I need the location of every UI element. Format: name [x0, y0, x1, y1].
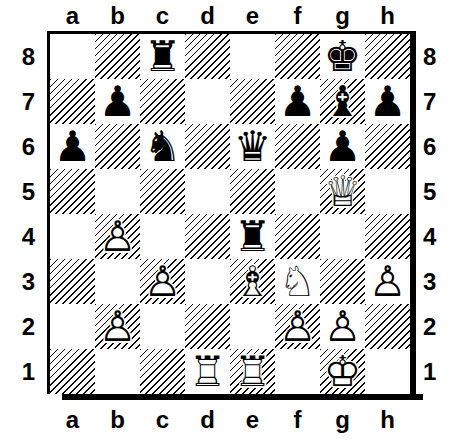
piece-black-knight-c6[interactable]: ♞: [140, 124, 185, 169]
file-label-b: b: [95, 401, 140, 439]
piece-black-pawn-a6[interactable]: ♟: [50, 124, 95, 169]
square-h1[interactable]: [365, 349, 410, 394]
square-b3[interactable]: [95, 259, 140, 304]
rank-label-2: 2: [416, 304, 455, 349]
rank-label-7: 7: [416, 79, 455, 124]
piece-white-pawn-b4[interactable]: ♙: [95, 214, 140, 259]
square-b5[interactable]: [95, 169, 140, 214]
rank-label-1: 1: [0, 349, 44, 394]
file-label-c: c: [140, 0, 185, 31]
square-e1[interactable]: ♜♖: [230, 349, 275, 394]
file-label-a: a: [50, 0, 95, 31]
square-f4[interactable]: [275, 214, 320, 259]
square-d8[interactable]: [185, 34, 230, 79]
square-f2[interactable]: ♟♙: [275, 304, 320, 349]
rank-label-5: 5: [0, 169, 44, 214]
square-g8[interactable]: ♚♚: [320, 34, 365, 79]
file-label-g: g: [320, 0, 365, 31]
square-h5[interactable]: [365, 169, 410, 214]
square-f3[interactable]: ♞♘: [275, 259, 320, 304]
square-c3[interactable]: ♟♙: [140, 259, 185, 304]
square-h4[interactable]: [365, 214, 410, 259]
file-label-e: e: [230, 0, 275, 31]
rank-label-4: 4: [416, 214, 455, 259]
file-label-d: d: [185, 401, 230, 439]
piece-black-pawn-h7[interactable]: ♟: [365, 79, 410, 124]
square-f7[interactable]: ♟♟: [275, 79, 320, 124]
piece-white-pawn-b2[interactable]: ♙: [95, 304, 140, 349]
square-b4[interactable]: ♟♙: [95, 214, 140, 259]
piece-white-king-g1[interactable]: ♔: [320, 349, 365, 394]
piece-black-pawn-b7[interactable]: ♟: [95, 79, 140, 124]
chess-diagram: abcdefgh abcdefgh 87654321 87654321 ♜♜♚♚…: [0, 0, 455, 440]
rank-label-6: 6: [416, 124, 455, 169]
file-label-a: a: [50, 401, 95, 439]
square-h8[interactable]: [365, 34, 410, 79]
square-d4[interactable]: [185, 214, 230, 259]
piece-black-pawn-g6[interactable]: ♟: [320, 124, 365, 169]
piece-white-pawn-h3[interactable]: ♙: [365, 259, 410, 304]
square-d1[interactable]: ♜♖: [185, 349, 230, 394]
square-c2[interactable]: [140, 304, 185, 349]
square-c1[interactable]: [140, 349, 185, 394]
piece-white-pawn-c3[interactable]: ♙: [140, 259, 185, 304]
piece-black-rook-c8[interactable]: ♜: [140, 34, 185, 79]
file-label-e: e: [230, 401, 275, 439]
square-d6[interactable]: [185, 124, 230, 169]
square-c8[interactable]: ♜♜: [140, 34, 185, 79]
square-h2[interactable]: [365, 304, 410, 349]
file-label-h: h: [365, 0, 410, 31]
square-a3[interactable]: [50, 259, 95, 304]
file-label-h: h: [365, 401, 410, 439]
square-g2[interactable]: ♟♙: [320, 304, 365, 349]
square-e4[interactable]: ♜♜: [230, 214, 275, 259]
piece-black-king-g8[interactable]: ♚: [320, 34, 365, 79]
piece-black-queen-e6[interactable]: ♛: [230, 124, 275, 169]
piece-white-pawn-f2[interactable]: ♙: [275, 304, 320, 349]
square-g1[interactable]: ♚♔: [320, 349, 365, 394]
rank-label-8: 8: [416, 34, 455, 79]
square-g7[interactable]: ♝♝: [320, 79, 365, 124]
piece-white-rook-d1[interactable]: ♖: [185, 349, 230, 394]
square-a6[interactable]: ♟♟: [50, 124, 95, 169]
square-g4[interactable]: [320, 214, 365, 259]
square-d2[interactable]: [185, 304, 230, 349]
square-e2[interactable]: [230, 304, 275, 349]
square-a5[interactable]: [50, 169, 95, 214]
square-a4[interactable]: [50, 214, 95, 259]
rank-label-2: 2: [0, 304, 44, 349]
piece-black-bishop-g7[interactable]: ♝: [320, 79, 365, 124]
square-c6[interactable]: ♞♞: [140, 124, 185, 169]
square-b2[interactable]: ♟♙: [95, 304, 140, 349]
square-b6[interactable]: [95, 124, 140, 169]
square-e8[interactable]: [230, 34, 275, 79]
square-f5[interactable]: [275, 169, 320, 214]
square-f8[interactable]: [275, 34, 320, 79]
square-b8[interactable]: [95, 34, 140, 79]
board-frame: ♜♜♚♚♟♟♟♟♝♝♟♟♟♟♞♞♛♛♟♟♛♕♟♙♜♜♟♙♝♗♞♘♟♙♟♙♟♙♟♙…: [47, 31, 416, 394]
square-b7[interactable]: ♟♟: [95, 79, 140, 124]
rank-label-7: 7: [0, 79, 44, 124]
rank-label-1: 1: [416, 349, 455, 394]
square-f1[interactable]: [275, 349, 320, 394]
square-c7[interactable]: [140, 79, 185, 124]
rank-label-5: 5: [416, 169, 455, 214]
rank-labels-right: 87654321: [416, 34, 455, 394]
square-d5[interactable]: [185, 169, 230, 214]
file-label-c: c: [140, 401, 185, 439]
square-a8[interactable]: [50, 34, 95, 79]
square-c4[interactable]: [140, 214, 185, 259]
square-h6[interactable]: [365, 124, 410, 169]
square-a2[interactable]: [50, 304, 95, 349]
file-labels-top: abcdefgh: [50, 0, 410, 31]
square-g5[interactable]: ♛♕: [320, 169, 365, 214]
rank-label-3: 3: [0, 259, 44, 304]
piece-white-queen-g5[interactable]: ♕: [320, 169, 365, 214]
square-d7[interactable]: [185, 79, 230, 124]
rank-label-4: 4: [0, 214, 44, 259]
square-h7[interactable]: ♟♟: [365, 79, 410, 124]
rank-label-6: 6: [0, 124, 44, 169]
file-label-f: f: [275, 0, 320, 31]
piece-white-pawn-g2[interactable]: ♙: [320, 304, 365, 349]
square-a7[interactable]: [50, 79, 95, 124]
rank-label-3: 3: [416, 259, 455, 304]
chess-board: ♜♜♚♚♟♟♟♟♝♝♟♟♟♟♞♞♛♛♟♟♛♕♟♙♜♜♟♙♝♗♞♘♟♙♟♙♟♙♟♙…: [50, 34, 410, 394]
file-label-g: g: [320, 401, 365, 439]
square-e5[interactable]: [230, 169, 275, 214]
square-e3[interactable]: ♝♗: [230, 259, 275, 304]
square-g3[interactable]: [320, 259, 365, 304]
piece-black-pawn-f7[interactable]: ♟: [275, 79, 320, 124]
square-g6[interactable]: ♟♟: [320, 124, 365, 169]
square-a1[interactable]: [50, 349, 95, 394]
file-label-f: f: [275, 401, 320, 439]
file-label-d: d: [185, 0, 230, 31]
square-e6[interactable]: ♛♛: [230, 124, 275, 169]
piece-white-knight-f3[interactable]: ♘: [275, 259, 320, 304]
square-h3[interactable]: ♟♙: [365, 259, 410, 304]
rank-label-8: 8: [0, 34, 44, 79]
piece-white-bishop-e3[interactable]: ♗: [230, 259, 275, 304]
square-f6[interactable]: [275, 124, 320, 169]
square-b1[interactable]: [95, 349, 140, 394]
file-label-b: b: [95, 0, 140, 31]
square-c5[interactable]: [140, 169, 185, 214]
square-e7[interactable]: [230, 79, 275, 124]
square-d3[interactable]: [185, 259, 230, 304]
piece-white-rook-e1[interactable]: ♖: [230, 349, 275, 394]
rank-labels-left: 87654321: [0, 34, 44, 394]
file-labels-bottom: abcdefgh: [50, 401, 410, 439]
piece-black-rook-e4[interactable]: ♜: [230, 214, 275, 259]
